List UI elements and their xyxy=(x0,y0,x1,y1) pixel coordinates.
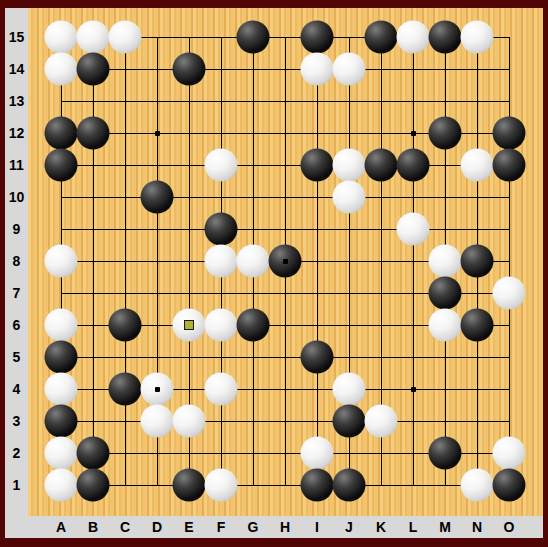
intersection[interactable]: ○ xyxy=(45,373,77,405)
intersection[interactable] xyxy=(77,213,109,245)
white-stone-glyph: ○ xyxy=(205,469,238,502)
black-stone: ● xyxy=(173,469,206,502)
intersection[interactable] xyxy=(77,309,109,341)
intersection[interactable] xyxy=(269,117,301,149)
intersection[interactable] xyxy=(429,85,461,117)
intersection[interactable]: ● xyxy=(45,405,77,437)
intersection[interactable] xyxy=(429,213,461,245)
intersection[interactable] xyxy=(205,437,237,469)
column-label: C xyxy=(113,516,137,538)
intersection[interactable] xyxy=(301,85,333,117)
black-stone-glyph: ● xyxy=(397,149,430,182)
black-stone-glyph: ● xyxy=(301,21,334,54)
intersection[interactable] xyxy=(205,277,237,309)
intersection[interactable] xyxy=(173,181,205,213)
intersection[interactable]: ○ xyxy=(461,469,493,501)
intersection[interactable] xyxy=(77,149,109,181)
intersection[interactable] xyxy=(141,341,173,373)
intersection[interactable] xyxy=(493,53,525,85)
row-label: 10 xyxy=(5,188,28,206)
intersection[interactable]: ○ xyxy=(397,21,429,53)
intersection[interactable]: ● xyxy=(493,149,525,181)
intersection[interactable]: ○ xyxy=(333,149,365,181)
white-stone: ○ xyxy=(45,469,78,502)
intersection[interactable] xyxy=(205,53,237,85)
intersection[interactable]: ● xyxy=(173,53,205,85)
intersection[interactable] xyxy=(429,53,461,85)
intersection[interactable]: ○ xyxy=(301,53,333,85)
intersection[interactable] xyxy=(365,469,397,501)
intersection[interactable]: ● xyxy=(173,469,205,501)
black-stone: ● xyxy=(397,149,430,182)
intersection[interactable] xyxy=(301,181,333,213)
intersection[interactable] xyxy=(141,437,173,469)
intersection[interactable] xyxy=(365,181,397,213)
intersection[interactable]: ● xyxy=(429,277,461,309)
intersection[interactable] xyxy=(397,309,429,341)
intersection[interactable] xyxy=(141,213,173,245)
black-stone-glyph: ● xyxy=(333,469,366,502)
intersection[interactable]: ○ xyxy=(461,149,493,181)
intersection[interactable] xyxy=(141,245,173,277)
intersection[interactable] xyxy=(269,277,301,309)
intersection[interactable] xyxy=(173,213,205,245)
intersection[interactable] xyxy=(269,149,301,181)
intersection[interactable] xyxy=(269,213,301,245)
row-label: 12 xyxy=(5,124,28,142)
intersection[interactable]: ● xyxy=(301,149,333,181)
intersection[interactable]: ● xyxy=(365,21,397,53)
intersection[interactable]: ○ xyxy=(173,309,205,341)
black-stone: ● xyxy=(237,21,270,54)
intersection[interactable] xyxy=(205,181,237,213)
intersection[interactable] xyxy=(365,437,397,469)
intersection[interactable] xyxy=(365,341,397,373)
intersection[interactable] xyxy=(365,373,397,405)
black-stone: ● xyxy=(301,469,334,502)
intersection[interactable]: ● xyxy=(205,213,237,245)
intersection[interactable] xyxy=(109,341,141,373)
intersection[interactable] xyxy=(269,53,301,85)
white-stone-glyph: ○ xyxy=(45,469,78,502)
intersection[interactable]: ○ xyxy=(397,213,429,245)
intersection[interactable]: ○ xyxy=(45,437,77,469)
intersection[interactable]: ● xyxy=(77,437,109,469)
intersection[interactable] xyxy=(173,277,205,309)
intersection[interactable] xyxy=(397,85,429,117)
intersection[interactable]: ● xyxy=(429,117,461,149)
intersection[interactable] xyxy=(301,245,333,277)
intersection[interactable] xyxy=(237,213,269,245)
column-label: J xyxy=(337,516,361,538)
intersection[interactable] xyxy=(173,373,205,405)
white-stone: ○ xyxy=(237,245,270,278)
row-label: 14 xyxy=(5,60,28,78)
intersection[interactable] xyxy=(365,277,397,309)
intersection[interactable]: ○ xyxy=(333,53,365,85)
intersection[interactable] xyxy=(365,85,397,117)
intersection[interactable] xyxy=(365,245,397,277)
intersection[interactable] xyxy=(141,277,173,309)
intersection[interactable] xyxy=(397,405,429,437)
intersection[interactable] xyxy=(333,21,365,53)
intersection[interactable] xyxy=(173,341,205,373)
intersection[interactable] xyxy=(173,149,205,181)
intersection[interactable] xyxy=(45,181,77,213)
intersection[interactable]: ○ xyxy=(493,277,525,309)
intersection[interactable]: ○ xyxy=(77,21,109,53)
intersection[interactable]: ○ xyxy=(45,245,77,277)
intersection[interactable] xyxy=(333,277,365,309)
intersection[interactable] xyxy=(333,437,365,469)
black-stone-glyph: ● xyxy=(365,21,398,54)
intersection[interactable] xyxy=(109,245,141,277)
intersection[interactable] xyxy=(493,245,525,277)
intersection[interactable] xyxy=(237,373,269,405)
intersection[interactable] xyxy=(365,309,397,341)
intersection[interactable] xyxy=(45,85,77,117)
black-stone-glyph: ● xyxy=(205,213,238,246)
intersection[interactable]: ○ xyxy=(237,245,269,277)
black-stone-glyph: ● xyxy=(109,373,142,406)
intersection[interactable] xyxy=(173,437,205,469)
intersection[interactable] xyxy=(269,21,301,53)
intersection[interactable]: ○ xyxy=(429,245,461,277)
row-label: 4 xyxy=(5,380,28,398)
intersection[interactable]: ○ xyxy=(205,469,237,501)
star-point xyxy=(155,387,160,392)
intersection[interactable] xyxy=(269,469,301,501)
intersection[interactable] xyxy=(173,85,205,117)
black-stone-glyph: ● xyxy=(429,437,462,470)
intersection[interactable]: ○ xyxy=(333,373,365,405)
intersection[interactable] xyxy=(301,117,333,149)
white-stone: ○ xyxy=(109,21,142,54)
intersection[interactable]: ○ xyxy=(301,437,333,469)
white-stone: ○ xyxy=(461,149,494,182)
intersection[interactable] xyxy=(205,405,237,437)
intersection[interactable] xyxy=(493,85,525,117)
intersection[interactable]: ● xyxy=(45,149,77,181)
white-stone: ○ xyxy=(333,53,366,86)
intersection[interactable] xyxy=(109,53,141,85)
intersection[interactable] xyxy=(109,213,141,245)
intersection[interactable] xyxy=(141,469,173,501)
black-stone-glyph: ● xyxy=(45,405,78,438)
intersection[interactable]: ● xyxy=(429,21,461,53)
column-label: K xyxy=(369,516,393,538)
white-stone: ○ xyxy=(429,309,462,342)
intersection[interactable]: ● xyxy=(109,373,141,405)
column-label: E xyxy=(177,516,201,538)
intersection[interactable] xyxy=(397,341,429,373)
intersection[interactable] xyxy=(397,53,429,85)
black-stone: ● xyxy=(45,149,78,182)
black-stone-glyph: ● xyxy=(173,469,206,502)
intersection[interactable] xyxy=(237,149,269,181)
intersection[interactable] xyxy=(237,437,269,469)
intersection[interactable] xyxy=(269,437,301,469)
intersection[interactable] xyxy=(333,85,365,117)
intersection[interactable] xyxy=(237,341,269,373)
intersection[interactable] xyxy=(365,117,397,149)
white-stone-glyph: ○ xyxy=(205,373,238,406)
intersection[interactable] xyxy=(141,53,173,85)
intersection[interactable] xyxy=(301,405,333,437)
intersection[interactable]: ● xyxy=(45,117,77,149)
intersection[interactable] xyxy=(461,85,493,117)
intersection[interactable] xyxy=(109,85,141,117)
intersection[interactable] xyxy=(493,405,525,437)
intersection[interactable] xyxy=(77,85,109,117)
intersection[interactable] xyxy=(109,277,141,309)
intersection[interactable] xyxy=(269,181,301,213)
white-stone-glyph: ○ xyxy=(493,277,526,310)
intersection[interactable] xyxy=(493,181,525,213)
white-stone-glyph: ○ xyxy=(205,309,238,342)
intersection[interactable]: ● xyxy=(493,117,525,149)
intersection[interactable]: ● xyxy=(461,245,493,277)
black-stone-glyph: ● xyxy=(493,149,526,182)
black-stone: ● xyxy=(77,53,110,86)
intersection[interactable] xyxy=(205,21,237,53)
intersection[interactable] xyxy=(141,21,173,53)
white-stone-glyph: ○ xyxy=(493,437,526,470)
intersection[interactable] xyxy=(397,245,429,277)
intersection[interactable] xyxy=(429,373,461,405)
intersection[interactable]: ● xyxy=(461,309,493,341)
intersection[interactable] xyxy=(109,117,141,149)
go-board-diagram: 151413121110987654321 ABCDEFGHIJKLMNO ○○… xyxy=(0,0,548,547)
intersection[interactable] xyxy=(429,149,461,181)
white-stone: ○ xyxy=(141,405,174,438)
intersection[interactable] xyxy=(173,117,205,149)
intersection[interactable]: ● xyxy=(45,341,77,373)
intersection[interactable]: ● xyxy=(77,53,109,85)
intersection[interactable]: ○ xyxy=(109,21,141,53)
intersection[interactable] xyxy=(493,213,525,245)
column-label: H xyxy=(273,516,297,538)
intersection[interactable] xyxy=(141,85,173,117)
intersection[interactable]: ○ xyxy=(205,373,237,405)
intersection[interactable] xyxy=(397,437,429,469)
white-stone: ○ xyxy=(45,373,78,406)
white-stone-glyph: ○ xyxy=(45,373,78,406)
intersection[interactable]: ○ xyxy=(45,309,77,341)
intersection[interactable] xyxy=(301,213,333,245)
intersection[interactable] xyxy=(109,149,141,181)
black-stone-glyph: ● xyxy=(461,309,494,342)
white-stone: ○ xyxy=(397,21,430,54)
intersection[interactable] xyxy=(461,181,493,213)
intersection[interactable]: ○ xyxy=(205,245,237,277)
intersection[interactable] xyxy=(429,469,461,501)
intersection[interactable] xyxy=(269,309,301,341)
intersection[interactable]: ○ xyxy=(173,405,205,437)
intersection[interactable] xyxy=(397,277,429,309)
intersection[interactable] xyxy=(461,341,493,373)
intersection[interactable] xyxy=(397,469,429,501)
white-stone-glyph: ○ xyxy=(45,53,78,86)
intersection[interactable] xyxy=(205,85,237,117)
intersection[interactable] xyxy=(237,85,269,117)
intersection[interactable]: ● xyxy=(141,181,173,213)
black-stone-glyph: ● xyxy=(429,21,462,54)
intersection[interactable]: ● xyxy=(237,21,269,53)
intersection[interactable] xyxy=(461,373,493,405)
intersection[interactable] xyxy=(333,117,365,149)
white-stone: ○ xyxy=(45,21,78,54)
intersection[interactable] xyxy=(237,181,269,213)
intersection[interactable]: ○ xyxy=(493,437,525,469)
intersection[interactable] xyxy=(77,245,109,277)
intersection[interactable] xyxy=(77,341,109,373)
black-stone: ● xyxy=(429,437,462,470)
intersection[interactable] xyxy=(429,405,461,437)
last-move-marker xyxy=(184,320,194,330)
row-label: 11 xyxy=(5,156,28,174)
intersection[interactable] xyxy=(141,309,173,341)
white-stone: ○ xyxy=(45,309,78,342)
intersection[interactable]: ○ xyxy=(45,53,77,85)
intersection[interactable] xyxy=(461,213,493,245)
intersection[interactable] xyxy=(493,21,525,53)
column-label: G xyxy=(241,516,265,538)
intersection[interactable] xyxy=(461,405,493,437)
intersection[interactable] xyxy=(397,181,429,213)
black-stone-glyph: ● xyxy=(493,469,526,502)
intersection[interactable]: ● xyxy=(397,149,429,181)
intersection[interactable] xyxy=(429,341,461,373)
black-stone: ● xyxy=(45,341,78,374)
intersection[interactable]: ○ xyxy=(141,405,173,437)
white-stone: ○ xyxy=(77,21,110,54)
intersection[interactable] xyxy=(461,117,493,149)
white-stone: ○ xyxy=(173,405,206,438)
intersection[interactable]: ● xyxy=(301,21,333,53)
row-label: 7 xyxy=(5,284,28,302)
intersection[interactable]: ○ xyxy=(205,149,237,181)
black-stone-glyph: ● xyxy=(77,437,110,470)
white-stone-glyph: ○ xyxy=(365,405,398,438)
intersection[interactable] xyxy=(333,309,365,341)
intersection[interactable] xyxy=(269,341,301,373)
intersection[interactable] xyxy=(237,469,269,501)
intersection[interactable] xyxy=(237,53,269,85)
intersection[interactable]: ○ xyxy=(205,309,237,341)
white-stone: ○ xyxy=(205,245,238,278)
intersection[interactable]: ● xyxy=(77,117,109,149)
intersection[interactable] xyxy=(493,373,525,405)
intersection[interactable] xyxy=(109,437,141,469)
row-label: 5 xyxy=(5,348,28,366)
intersection[interactable] xyxy=(269,373,301,405)
black-stone: ● xyxy=(205,213,238,246)
intersection[interactable] xyxy=(493,341,525,373)
intersection[interactable]: ○ xyxy=(461,21,493,53)
white-stone: ○ xyxy=(205,149,238,182)
intersection[interactable] xyxy=(109,405,141,437)
intersection[interactable]: ○ xyxy=(365,405,397,437)
intersection[interactable]: ● xyxy=(333,405,365,437)
intersection[interactable]: ○ xyxy=(45,21,77,53)
intersection[interactable] xyxy=(45,277,77,309)
intersection[interactable] xyxy=(205,117,237,149)
intersection[interactable] xyxy=(173,21,205,53)
white-stone: ○ xyxy=(205,469,238,502)
intersection[interactable] xyxy=(365,53,397,85)
row-coordinate-strip: 151413121110987654321 xyxy=(5,8,28,538)
intersection[interactable]: ● xyxy=(77,469,109,501)
intersection[interactable] xyxy=(333,213,365,245)
intersection[interactable] xyxy=(237,277,269,309)
intersection[interactable] xyxy=(141,149,173,181)
intersection[interactable] xyxy=(109,469,141,501)
intersection[interactable]: ● xyxy=(301,469,333,501)
intersection[interactable] xyxy=(301,309,333,341)
intersection[interactable] xyxy=(333,341,365,373)
row-label: 8 xyxy=(5,252,28,270)
intersection[interactable] xyxy=(77,373,109,405)
black-stone-glyph: ● xyxy=(301,149,334,182)
intersection[interactable] xyxy=(301,373,333,405)
intersection[interactable] xyxy=(77,181,109,213)
black-stone: ● xyxy=(173,53,206,86)
intersection[interactable]: ○ xyxy=(333,181,365,213)
intersection[interactable] xyxy=(173,245,205,277)
intersection[interactable]: ○ xyxy=(429,309,461,341)
white-stone: ○ xyxy=(493,277,526,310)
star-point xyxy=(411,131,416,136)
black-stone: ● xyxy=(493,149,526,182)
intersection[interactable]: ○ xyxy=(45,469,77,501)
intersection[interactable] xyxy=(237,405,269,437)
white-stone: ○ xyxy=(493,437,526,470)
intersection[interactable] xyxy=(45,213,77,245)
intersection[interactable] xyxy=(109,181,141,213)
white-stone-glyph: ○ xyxy=(301,53,334,86)
white-stone: ○ xyxy=(365,405,398,438)
white-stone-glyph: ○ xyxy=(397,21,430,54)
intersection[interactable] xyxy=(269,85,301,117)
black-stone-glyph: ● xyxy=(429,117,462,150)
black-stone-glyph: ● xyxy=(301,469,334,502)
intersection[interactable]: ● xyxy=(429,437,461,469)
intersection[interactable] xyxy=(493,309,525,341)
white-stone-glyph: ○ xyxy=(141,405,174,438)
intersection[interactable] xyxy=(461,437,493,469)
intersection[interactable] xyxy=(365,213,397,245)
intersection[interactable] xyxy=(269,405,301,437)
intersection[interactable]: ● xyxy=(365,149,397,181)
intersection[interactable]: ● xyxy=(333,469,365,501)
intersection[interactable] xyxy=(301,277,333,309)
intersection[interactable] xyxy=(205,341,237,373)
intersection[interactable] xyxy=(77,405,109,437)
intersection[interactable]: ● xyxy=(237,309,269,341)
intersection[interactable] xyxy=(333,245,365,277)
intersection[interactable] xyxy=(461,53,493,85)
intersection[interactable]: ● xyxy=(301,341,333,373)
intersection[interactable] xyxy=(77,277,109,309)
intersection[interactable]: ● xyxy=(109,309,141,341)
intersection[interactable] xyxy=(429,181,461,213)
intersection[interactable] xyxy=(461,277,493,309)
black-stone: ● xyxy=(429,117,462,150)
black-stone-glyph: ● xyxy=(429,277,462,310)
intersection[interactable]: ● xyxy=(493,469,525,501)
intersection[interactable] xyxy=(237,117,269,149)
